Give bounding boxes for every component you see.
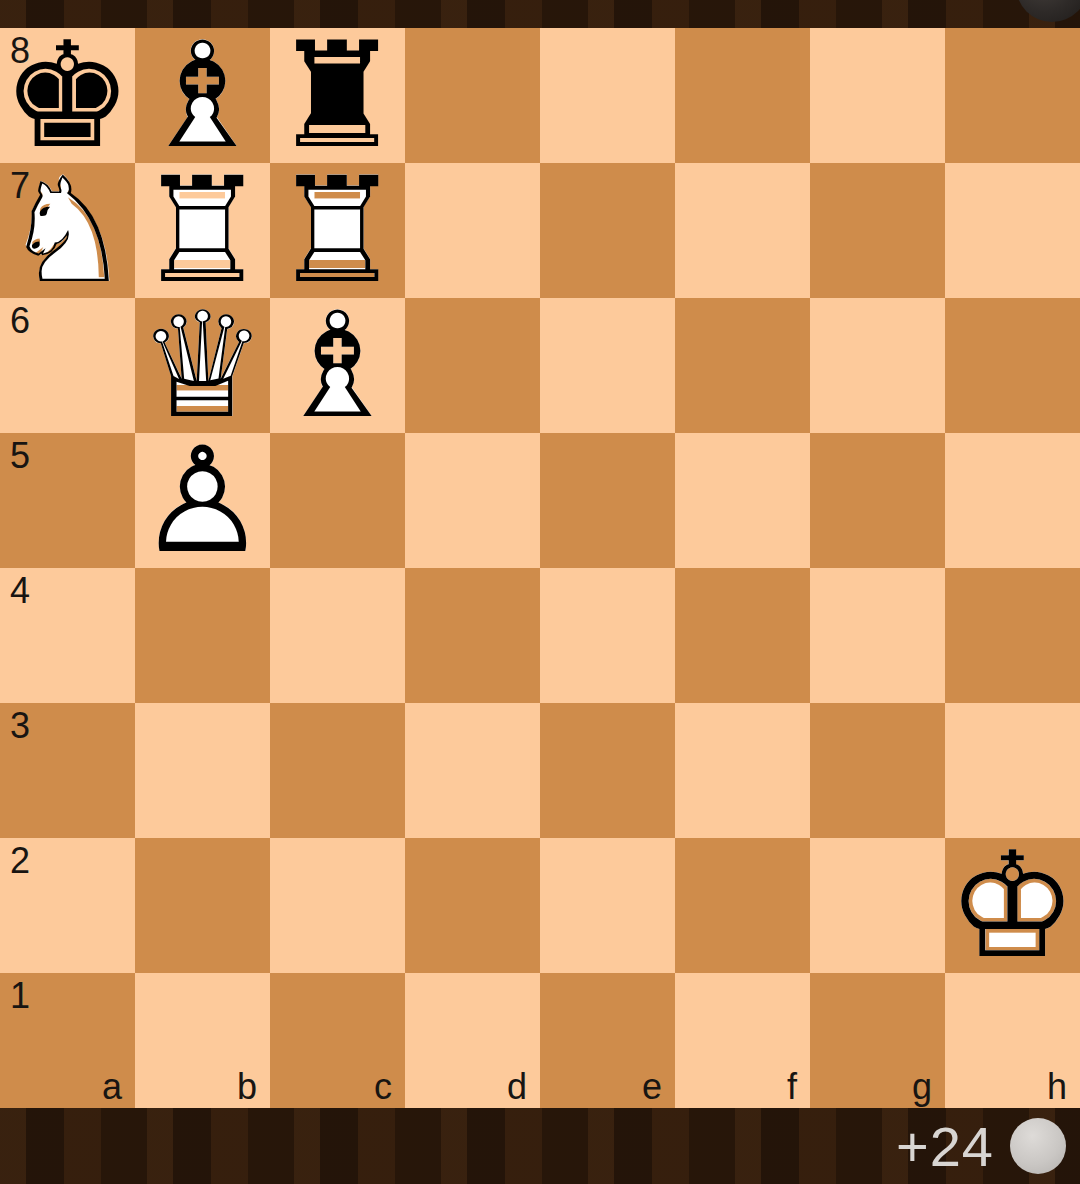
square-d6[interactable] — [405, 298, 540, 433]
square-c1[interactable]: c — [270, 973, 405, 1108]
square-g2[interactable] — [810, 838, 945, 973]
rank-label-1: 1 — [10, 976, 30, 1016]
piece-black-king-a8[interactable]: ♚ — [0, 28, 135, 163]
square-a8[interactable]: 8♚ — [0, 28, 135, 163]
square-c5[interactable] — [270, 433, 405, 568]
side-to-move-indicator — [1010, 1118, 1066, 1174]
piece-white-king-h2[interactable]: ♚♔ — [945, 838, 1080, 973]
piece-white-knight-a7[interactable]: ♞♘ — [0, 163, 135, 298]
white-rook-outline-icon: ♖ — [135, 163, 270, 298]
square-a4[interactable]: 4 — [0, 568, 135, 703]
black-king-icon: ♚ — [0, 28, 135, 163]
square-e5[interactable] — [540, 433, 675, 568]
square-e2[interactable] — [540, 838, 675, 973]
square-e3[interactable] — [540, 703, 675, 838]
file-label-b: b — [237, 1067, 257, 1107]
file-label-d: d — [507, 1067, 527, 1107]
file-label-g: g — [912, 1067, 932, 1107]
rank-label-3: 3 — [10, 706, 30, 746]
square-h5[interactable] — [945, 433, 1080, 568]
square-f4[interactable] — [675, 568, 810, 703]
piece-white-pawn-b5[interactable]: ♟♙ — [135, 433, 270, 568]
square-a7[interactable]: 7♞♘ — [0, 163, 135, 298]
file-label-c: c — [374, 1067, 392, 1107]
square-h8[interactable] — [945, 28, 1080, 163]
square-f5[interactable] — [675, 433, 810, 568]
white-bishop-outline-icon: ♗ — [135, 28, 270, 163]
square-b1[interactable]: b — [135, 973, 270, 1108]
square-g7[interactable] — [810, 163, 945, 298]
square-c7[interactable]: ♜♖ — [270, 163, 405, 298]
square-g4[interactable] — [810, 568, 945, 703]
square-h1[interactable]: h — [945, 973, 1080, 1108]
square-e8[interactable] — [540, 28, 675, 163]
square-h3[interactable] — [945, 703, 1080, 838]
square-c2[interactable] — [270, 838, 405, 973]
square-b3[interactable] — [135, 703, 270, 838]
file-label-e: e — [642, 1067, 662, 1107]
chess-app: 8♚♝♗♜7♞♘♜♖♜♖6♛♕♝♗5♟♙432♚♔1abcdefgh +24 — [0, 0, 1080, 1184]
piece-white-rook-b7[interactable]: ♜♖ — [135, 163, 270, 298]
square-d8[interactable] — [405, 28, 540, 163]
square-d7[interactable] — [405, 163, 540, 298]
file-label-h: h — [1047, 1067, 1067, 1107]
rank-label-6: 6 — [10, 301, 30, 341]
piece-white-bishop-c6[interactable]: ♝♗ — [270, 298, 405, 433]
file-label-f: f — [787, 1067, 797, 1107]
square-b8[interactable]: ♝♗ — [135, 28, 270, 163]
rank-label-2: 2 — [10, 841, 30, 881]
square-e1[interactable]: e — [540, 973, 675, 1108]
square-g6[interactable] — [810, 298, 945, 433]
white-knight-outline-icon: ♘ — [0, 163, 135, 298]
square-h2[interactable]: ♚♔ — [945, 838, 1080, 973]
white-bishop-outline-icon: ♗ — [270, 298, 405, 433]
white-pawn-outline-icon: ♙ — [135, 433, 270, 568]
square-f7[interactable] — [675, 163, 810, 298]
rank-label-4: 4 — [10, 571, 30, 611]
piece-white-bishop-b8[interactable]: ♝♗ — [135, 28, 270, 163]
square-f1[interactable]: f — [675, 973, 810, 1108]
square-a5[interactable]: 5 — [0, 433, 135, 568]
white-rook-outline-icon: ♖ — [270, 163, 405, 298]
top-right-circle — [1016, 0, 1080, 22]
piece-white-rook-c7[interactable]: ♜♖ — [270, 163, 405, 298]
square-a2[interactable]: 2 — [0, 838, 135, 973]
status-bar: +24 — [0, 1108, 1080, 1184]
square-e7[interactable] — [540, 163, 675, 298]
square-g8[interactable] — [810, 28, 945, 163]
square-d3[interactable] — [405, 703, 540, 838]
square-h6[interactable] — [945, 298, 1080, 433]
square-a1[interactable]: 1a — [0, 973, 135, 1108]
square-c3[interactable] — [270, 703, 405, 838]
square-g1[interactable]: g — [810, 973, 945, 1108]
chess-board: 8♚♝♗♜7♞♘♜♖♜♖6♛♕♝♗5♟♙432♚♔1abcdefgh — [0, 28, 1080, 1108]
square-f3[interactable] — [675, 703, 810, 838]
square-a6[interactable]: 6 — [0, 298, 135, 433]
piece-black-rook-c8[interactable]: ♜ — [270, 28, 405, 163]
top-bar — [0, 0, 1080, 28]
black-rook-icon: ♜ — [270, 28, 405, 163]
square-h4[interactable] — [945, 568, 1080, 703]
square-e6[interactable] — [540, 298, 675, 433]
square-g5[interactable] — [810, 433, 945, 568]
square-f2[interactable] — [675, 838, 810, 973]
square-c4[interactable] — [270, 568, 405, 703]
square-a3[interactable]: 3 — [0, 703, 135, 838]
square-d1[interactable]: d — [405, 973, 540, 1108]
white-queen-outline-icon: ♕ — [135, 298, 270, 433]
square-f8[interactable] — [675, 28, 810, 163]
rank-label-5: 5 — [10, 436, 30, 476]
square-d2[interactable] — [405, 838, 540, 973]
square-b6[interactable]: ♛♕ — [135, 298, 270, 433]
square-b5[interactable]: ♟♙ — [135, 433, 270, 568]
square-b7[interactable]: ♜♖ — [135, 163, 270, 298]
square-h7[interactable] — [945, 163, 1080, 298]
white-king-outline-icon: ♔ — [945, 838, 1080, 973]
piece-white-queen-b6[interactable]: ♛♕ — [135, 298, 270, 433]
evaluation-score: +24 — [896, 1114, 994, 1179]
square-c6[interactable]: ♝♗ — [270, 298, 405, 433]
square-f6[interactable] — [675, 298, 810, 433]
square-b4[interactable] — [135, 568, 270, 703]
square-g3[interactable] — [810, 703, 945, 838]
square-c8[interactable]: ♜ — [270, 28, 405, 163]
square-b2[interactable] — [135, 838, 270, 973]
file-label-a: a — [102, 1067, 122, 1107]
square-d5[interactable] — [405, 433, 540, 568]
square-e4[interactable] — [540, 568, 675, 703]
square-d4[interactable] — [405, 568, 540, 703]
